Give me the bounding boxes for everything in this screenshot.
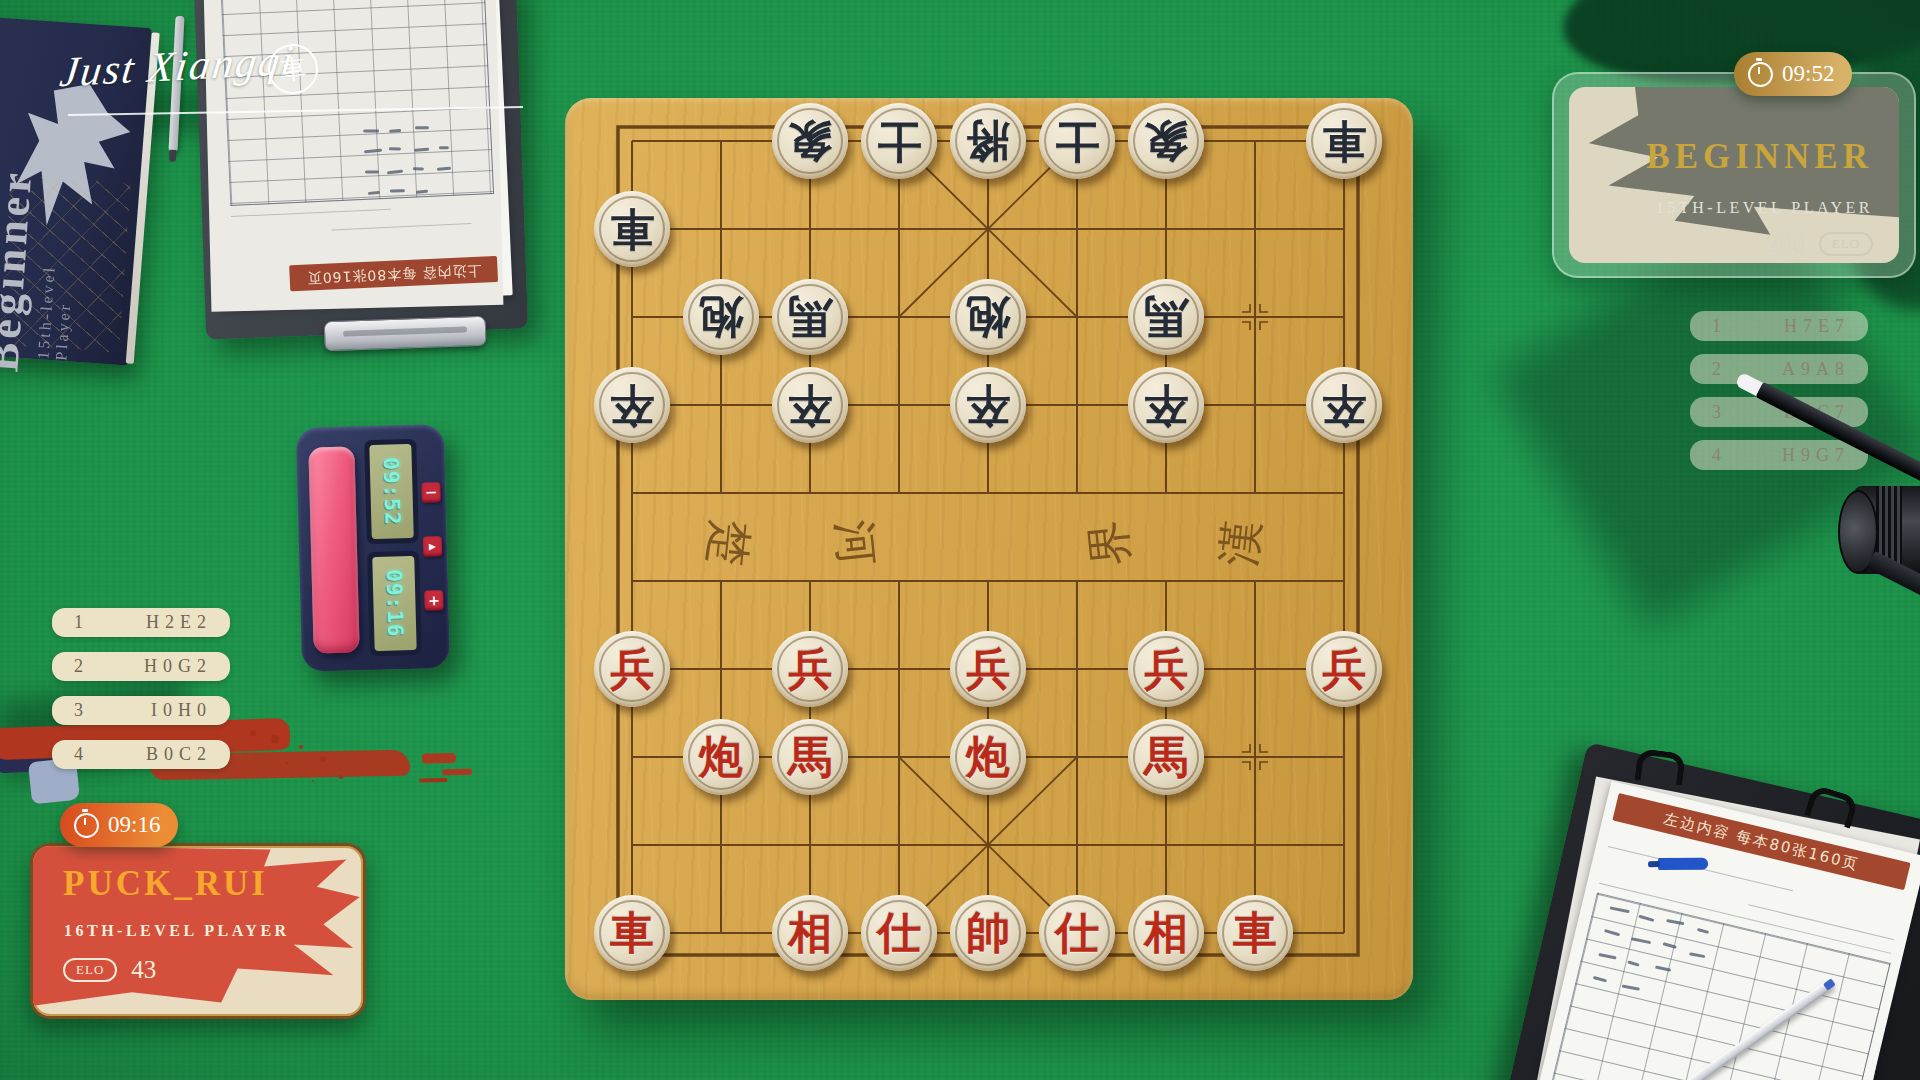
piece-red-cannon[interactable]: 炮 [683, 719, 759, 795]
piece-black-soldier[interactable]: 卒 [1306, 367, 1382, 443]
river-character: 漢 [1208, 517, 1274, 569]
paint-speckles [250, 730, 256, 736]
timer-black-value: 09:52 [1782, 61, 1834, 87]
player-card-black: BEGINNER 15TH-LEVEL PLAYER 200 ELO [1552, 72, 1916, 278]
piece-red-elephant[interactable]: 相 [772, 895, 848, 971]
piece-black-soldier[interactable]: 卒 [772, 367, 848, 443]
stopwatch-icon [74, 813, 99, 838]
river-character: 河 [822, 517, 888, 569]
logo-flourish-line [68, 106, 523, 116]
piece-black-rook[interactable]: 車 [1306, 103, 1382, 179]
player-level: 16TH-LEVEL PLAYER [64, 922, 290, 940]
piece-red-soldier[interactable]: 兵 [1306, 631, 1382, 707]
move-row: 4H9G7 [1690, 440, 1868, 470]
timer-red: 09:16 [60, 803, 178, 847]
piece-black-elephant[interactable]: 象 [772, 103, 848, 179]
timer-black: 09:52 [1734, 52, 1852, 96]
elo-value: 43 [131, 956, 156, 984]
banner-text: 上边内容 每本80张160页 [306, 261, 482, 287]
piece-black-cannon[interactable]: 炮 [683, 279, 759, 355]
player-name: PUCK_RUI [63, 864, 268, 904]
piece-black-advisor[interactable]: 士 [861, 103, 937, 179]
score-clipboard-bottom: 左边内容 每本80张160页 [1494, 742, 1920, 1080]
piece-black-horse[interactable]: 馬 [772, 279, 848, 355]
timer-red-value: 09:16 [108, 812, 160, 838]
piece-red-soldier[interactable]: 兵 [950, 631, 1026, 707]
handwriting-mark [365, 170, 379, 173]
piece-black-rook[interactable]: 車 [594, 191, 670, 267]
piece-black-soldier[interactable]: 卒 [594, 367, 670, 443]
game-table: 楚 河 界 漢 象士將士象車車炮馬炮馬卒卒卒卒卒兵兵兵兵兵炮馬炮馬車相仕帥仕相車… [0, 0, 1920, 1080]
handwriting-mark [415, 126, 429, 129]
chess-clock[interactable]: 09:52 09:16 − ▶ + [296, 424, 450, 672]
clock-mode-button[interactable]: ▶ [423, 536, 443, 556]
piece-red-cannon[interactable]: 炮 [950, 719, 1026, 795]
elo-badge: ELO [63, 958, 117, 982]
river-character: 楚 [695, 517, 761, 569]
clock-minus-button[interactable]: − [421, 482, 441, 502]
handwriting-mark [363, 129, 379, 132]
piece-black-soldier[interactable]: 卒 [1128, 367, 1204, 443]
move-row: 1H7E7 [1690, 311, 1868, 341]
card-inner: BEGINNER 15TH-LEVEL PLAYER 200 ELO [1569, 87, 1899, 263]
handwriting-mark [389, 147, 401, 150]
move-row: 2H0G2 [52, 652, 230, 681]
piece-black-elephant[interactable]: 象 [1128, 103, 1204, 179]
clip-wire-hook [1634, 748, 1686, 786]
river-character: 界 [1077, 517, 1143, 569]
handwriting-mark [390, 189, 405, 192]
player-elo-row: ELO 43 [63, 956, 156, 984]
move-row: 2A9A8 [1690, 354, 1868, 384]
clock-plunger-button[interactable] [308, 446, 359, 653]
elo-badge: ELO [1819, 232, 1873, 256]
piece-red-elephant[interactable]: 相 [1128, 895, 1204, 971]
piece-red-horse[interactable]: 馬 [772, 719, 848, 795]
elo-value: 200 [1766, 229, 1805, 259]
player-name: BEGINNER [1646, 137, 1873, 177]
player-elo-row: 200 ELO [1766, 229, 1873, 259]
player-card-red: PUCK_RUI 16TH-LEVEL PLAYER ELO 43 [30, 843, 366, 1019]
clipboard-clip [324, 316, 487, 352]
move-row: 4B0C2 [52, 740, 230, 769]
piece-black-cannon[interactable]: 炮 [950, 279, 1026, 355]
app-logo: Just Xiangqi 車 [52, 34, 532, 124]
blue-pen-tip [1658, 858, 1708, 870]
move-row: 1H2E2 [52, 608, 230, 637]
clock-display-red: 09:16 [367, 551, 422, 656]
stopwatch-icon [1748, 62, 1773, 87]
clock-plus-button[interactable]: + [424, 590, 444, 610]
piece-red-rook[interactable]: 車 [594, 895, 670, 971]
piece-red-soldier[interactable]: 兵 [772, 631, 848, 707]
board-grid [565, 98, 1413, 1000]
piece-black-advisor[interactable]: 士 [1039, 103, 1115, 179]
score-sheet-banner: 上边内容 每本80张160页 [289, 256, 498, 291]
clock-display-black: 09:52 [364, 439, 419, 544]
move-row: 3I0H0 [52, 696, 230, 725]
xiangqi-board[interactable]: 楚 河 界 漢 象士將士象車車炮馬炮馬卒卒卒卒卒兵兵兵兵兵炮馬炮馬車相仕帥仕相車 [565, 98, 1413, 1000]
handwriting-mark [413, 167, 424, 170]
piece-red-advisor[interactable]: 仕 [861, 895, 937, 971]
piece-red-rook[interactable]: 車 [1217, 895, 1293, 971]
piece-red-horse[interactable]: 馬 [1128, 719, 1204, 795]
piece-black-horse[interactable]: 馬 [1128, 279, 1204, 355]
piece-black-soldier[interactable]: 卒 [950, 367, 1026, 443]
piece-black-general[interactable]: 將 [950, 103, 1026, 179]
handwriting-mark [439, 146, 449, 149]
piece-red-general[interactable]: 帥 [950, 895, 1026, 971]
logo-text: Just Xiangqi [57, 36, 298, 97]
player-level: 15TH-LEVEL PLAYER [1656, 199, 1873, 217]
piece-red-soldier[interactable]: 兵 [594, 631, 670, 707]
piece-red-advisor[interactable]: 仕 [1039, 895, 1115, 971]
piece-red-soldier[interactable]: 兵 [1128, 631, 1204, 707]
